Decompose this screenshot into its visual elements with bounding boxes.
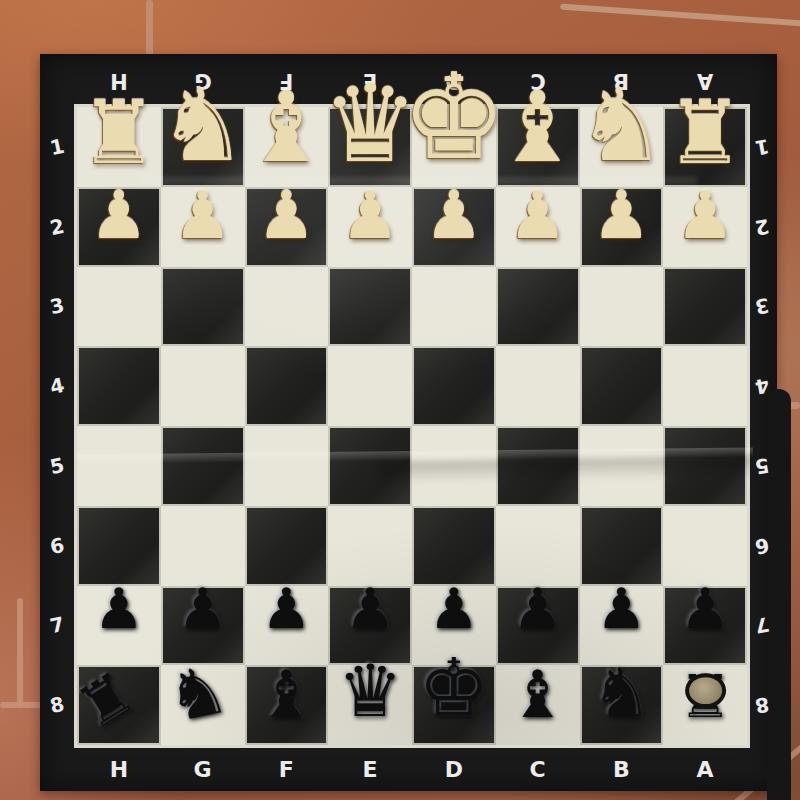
square-d4[interactable]	[412, 346, 496, 426]
square-h6[interactable]	[77, 506, 161, 586]
file-label-bottom-e: E	[363, 757, 378, 782]
rank-label-left-7: 7	[48, 612, 67, 638]
square-f3[interactable]	[245, 267, 329, 347]
file-label-bottom-b: B	[613, 757, 630, 782]
square-a4[interactable]	[663, 346, 747, 426]
square-c3[interactable]	[496, 267, 580, 347]
rank-label-right-3: 3	[753, 293, 771, 319]
square-b5[interactable]	[580, 426, 664, 506]
square-c1[interactable]	[496, 107, 580, 187]
square-f8[interactable]	[245, 665, 329, 745]
square-f6[interactable]	[245, 506, 329, 586]
rank-label-left-1: 1	[48, 134, 67, 160]
square-d5[interactable]	[412, 426, 496, 506]
square-e4[interactable]	[328, 346, 412, 426]
square-e7[interactable]	[328, 586, 412, 666]
square-f7[interactable]	[245, 586, 329, 666]
square-e6[interactable]	[328, 506, 412, 586]
tile-grout-line	[0, 702, 42, 708]
rank-label-left-5: 5	[48, 453, 67, 479]
rank-label-left-3: 3	[48, 293, 67, 319]
square-c4[interactable]	[496, 346, 580, 426]
square-b2[interactable]	[580, 187, 664, 267]
square-b4[interactable]	[580, 346, 664, 426]
rank-label-right-1: 1	[753, 134, 771, 160]
square-c7[interactable]	[496, 586, 580, 666]
square-g7[interactable]	[161, 586, 245, 666]
chess-mat: ♜♞♝♛♚♝♞♜♟♟♟♟♟♟♟♟♟♟♟♟♟♟♟♟♜♞♝♛♚♝♞♜ HH11GG2…	[40, 54, 777, 791]
tile-grout-line	[560, 3, 800, 26]
file-label-bottom-c: C	[530, 757, 546, 782]
square-h2[interactable]	[77, 187, 161, 267]
square-g1[interactable]	[161, 107, 245, 187]
square-b1[interactable]	[580, 107, 664, 187]
square-e1[interactable]	[328, 107, 412, 187]
board-grid	[77, 107, 747, 745]
square-a1[interactable]	[663, 107, 747, 187]
rank-label-right-4: 4	[753, 373, 771, 399]
square-d1[interactable]	[412, 107, 496, 187]
square-c5[interactable]	[496, 426, 580, 506]
file-label-bottom-d: D	[445, 757, 463, 782]
file-label-bottom-f: F	[279, 757, 294, 782]
square-e8[interactable]	[328, 665, 412, 745]
square-d2[interactable]	[412, 187, 496, 267]
rank-label-left-4: 4	[48, 373, 67, 399]
square-h7[interactable]	[77, 586, 161, 666]
square-c6[interactable]	[496, 506, 580, 586]
square-g3[interactable]	[161, 267, 245, 347]
file-label-bottom-h: H	[110, 757, 128, 782]
file-label-bottom-a: A	[697, 757, 714, 782]
square-d6[interactable]	[412, 506, 496, 586]
square-g8[interactable]	[161, 665, 245, 745]
square-f4[interactable]	[245, 346, 329, 426]
square-e2[interactable]	[328, 187, 412, 267]
square-f1[interactable]	[245, 107, 329, 187]
photo-scene: ♜♞♝♛♚♝♞♜♟♟♟♟♟♟♟♟♟♟♟♟♟♟♟♟♜♞♝♛♚♝♞♜ HH11GG2…	[0, 0, 800, 800]
mat-fold-bump	[767, 389, 791, 800]
square-a3[interactable]	[663, 267, 747, 347]
rank-label-right-2: 2	[753, 214, 771, 240]
rank-label-left-2: 2	[48, 213, 67, 239]
file-label-bottom-g: G	[194, 757, 212, 782]
chess-board: ♜♞♝♛♚♝♞♜♟♟♟♟♟♟♟♟♟♟♟♟♟♟♟♟♜♞♝♛♚♝♞♜	[74, 104, 750, 748]
file-label-top-f: F	[279, 69, 293, 93]
square-f5[interactable]	[245, 426, 329, 506]
square-e5[interactable]	[328, 426, 412, 506]
square-a6[interactable]	[663, 506, 747, 586]
tile-grout-line	[146, 0, 153, 58]
square-g4[interactable]	[161, 346, 245, 426]
file-label-top-b: B	[613, 69, 629, 93]
rank-label-left-8: 8	[48, 692, 67, 718]
square-c2[interactable]	[496, 187, 580, 267]
square-h1[interactable]	[77, 107, 161, 187]
file-label-top-h: H	[110, 69, 128, 93]
square-d8[interactable]	[412, 665, 496, 745]
square-g2[interactable]	[161, 187, 245, 267]
rank-label-left-6: 6	[48, 532, 67, 558]
square-a8[interactable]	[663, 665, 747, 745]
square-a7[interactable]	[663, 586, 747, 666]
file-label-top-a: A	[697, 69, 713, 93]
square-b3[interactable]	[580, 267, 664, 347]
file-label-top-d: D	[445, 69, 462, 93]
square-b6[interactable]	[580, 506, 664, 586]
square-f2[interactable]	[245, 187, 329, 267]
file-label-top-e: E	[363, 69, 377, 93]
square-a5[interactable]	[663, 426, 747, 506]
square-d7[interactable]	[412, 586, 496, 666]
square-a2[interactable]	[663, 187, 747, 267]
square-h5[interactable]	[77, 426, 161, 506]
square-g5[interactable]	[161, 426, 245, 506]
square-d3[interactable]	[412, 267, 496, 347]
square-h4[interactable]	[77, 346, 161, 426]
square-b8[interactable]	[580, 665, 664, 745]
square-h8[interactable]	[77, 665, 161, 745]
file-label-top-g: G	[194, 69, 211, 93]
file-label-top-c: C	[530, 69, 545, 93]
square-e3[interactable]	[328, 267, 412, 347]
square-g6[interactable]	[161, 506, 245, 586]
square-h3[interactable]	[77, 267, 161, 347]
square-b7[interactable]	[580, 586, 664, 666]
square-c8[interactable]	[496, 665, 580, 745]
tile-grout-line	[17, 598, 23, 706]
